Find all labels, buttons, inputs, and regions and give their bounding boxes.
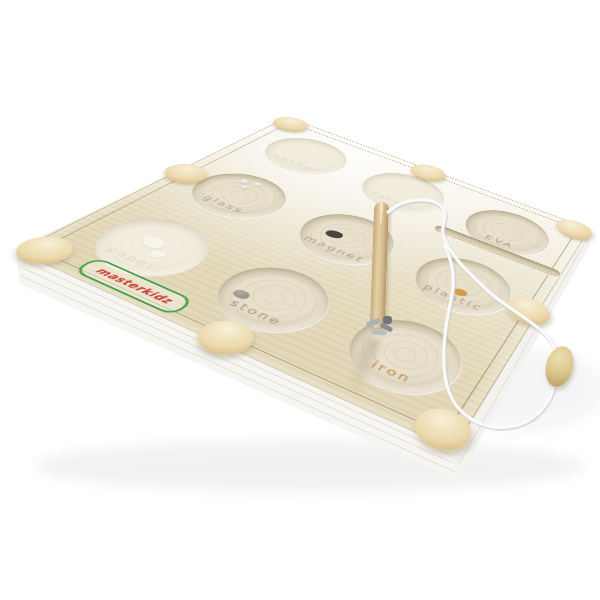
glass-bead[interactable] <box>237 178 252 185</box>
game-board: leather fabric EVA glass <box>16 117 590 450</box>
hole-label: plastic <box>405 276 502 320</box>
hole-label: glass <box>181 186 268 223</box>
paper-piece[interactable] <box>138 234 169 250</box>
cord-bead[interactable] <box>541 343 577 389</box>
glass-bead[interactable] <box>238 185 251 191</box>
ground-shadow <box>35 440 585 492</box>
dome-button-left-corner <box>4 231 84 269</box>
product-photo: leather fabric EVA glass <box>0 0 600 600</box>
metal-clip[interactable] <box>371 329 387 335</box>
glass-bead[interactable] <box>251 182 265 189</box>
magnet-piece[interactable] <box>324 229 345 240</box>
paper-piece[interactable] <box>148 249 169 259</box>
